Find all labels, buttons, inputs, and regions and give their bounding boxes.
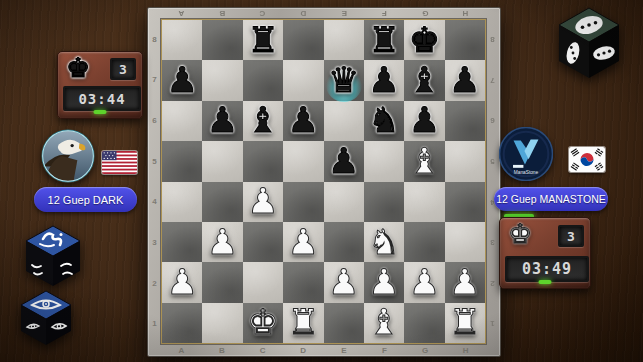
white-pawn: ♟ [288,225,319,260]
rank-label: 2 [148,263,161,304]
square-d2[interactable] [283,262,323,302]
black-queen: ♛ [328,63,359,98]
square-h8[interactable] [445,20,485,60]
black-pawn: ♟ [409,103,440,138]
square-b3[interactable]: ♟ [202,222,242,262]
square-c7[interactable] [243,60,283,100]
black-pawn: ♟ [288,103,319,138]
black-knight: ♞ [368,103,399,138]
square-b1[interactable] [202,303,242,343]
square-g2[interactable]: ♟ [404,262,444,302]
square-d1[interactable]: ♜ [283,303,323,343]
square-b5[interactable] [202,141,242,181]
square-g1[interactable] [404,303,444,343]
rank-label: 7 [486,60,499,101]
square-c6[interactable]: ♝ [243,101,283,141]
rank-label: 8 [148,19,161,60]
square-h3[interactable] [445,222,485,262]
right-clock-badge: 3 [558,225,584,247]
square-b8[interactable] [202,20,242,60]
square-g5[interactable]: ♝ [404,141,444,181]
file-labels-top: ABCDEFGH [161,8,486,19]
rank-label: 2 [486,263,499,304]
left-player-clock: ♚ 3 03:44 [57,51,143,119]
white-pawn: ♟ [368,265,399,300]
file-label: G [405,8,446,19]
file-label: C [242,8,283,19]
square-a6[interactable] [162,101,202,141]
game-screen: ABCDEFGH ABCDEFGH 87654321 87654321 ♜♜♚♟… [0,0,643,362]
left-clock-time: 03:44 [63,86,141,111]
file-label: A [161,8,202,19]
square-h7[interactable]: ♟ [445,60,485,100]
square-a8[interactable] [162,20,202,60]
square-f8[interactable]: ♜ [364,20,404,60]
white-pawn: ♟ [449,265,480,300]
square-e1[interactable] [324,303,364,343]
rank-labels-right: 87654321 [486,19,499,344]
white-knight: ♞ [368,225,399,260]
rank-label: 5 [486,141,499,182]
square-c8[interactable]: ♜ [243,20,283,60]
black-pawn: ♟ [368,63,399,98]
file-label: F [364,344,405,356]
white-pawn: ♟ [328,265,359,300]
file-label: H [445,344,486,356]
square-e4[interactable] [324,182,364,222]
right-player-name: 12 Guep MANASTONE [494,187,608,211]
file-labels-bottom: ABCDEFGH [161,344,486,356]
square-f3[interactable]: ♞ [364,222,404,262]
rank-label: 3 [486,222,499,263]
white-bishop: ♝ [409,144,440,179]
square-e5[interactable]: ♟ [324,141,364,181]
eagle-image [41,129,95,183]
square-e7[interactable]: ♛ [324,60,364,100]
file-label: D [283,344,324,356]
rank-label: 7 [148,60,161,101]
right-player-clock: ♚ 3 03:49 [499,217,591,289]
square-f1[interactable]: ♝ [364,303,404,343]
square-h6[interactable] [445,101,485,141]
square-b2[interactable] [202,262,242,302]
white-pawn: ♟ [207,225,238,260]
square-h4[interactable] [445,182,485,222]
square-d6[interactable]: ♟ [283,101,323,141]
square-c1[interactable]: ♚ [243,303,283,343]
square-c2[interactable] [243,262,283,302]
file-label: A [161,344,202,356]
square-g3[interactable] [404,222,444,262]
rank-label: 8 [486,19,499,60]
rank-label: 3 [148,222,161,263]
right-player-avatar: ManaStone [499,127,553,181]
chess-board: ABCDEFGH ABCDEFGH 87654321 87654321 ♜♜♚♟… [147,7,501,357]
rank-label: 1 [486,303,499,344]
calligraphy-die-icon [24,224,82,288]
black-pawn: ♟ [166,63,197,98]
square-b6[interactable]: ♟ [202,101,242,141]
white-pawn: ♟ [247,184,278,219]
black-pawn: ♟ [207,103,238,138]
square-d8[interactable] [283,20,323,60]
black-king-icon: ♚ [66,53,90,83]
square-b4[interactable] [202,182,242,222]
right-clock-time: 03:49 [505,256,589,282]
file-label: B [202,344,243,356]
black-pawn: ♟ [449,63,480,98]
black-rook: ♜ [368,23,399,58]
file-label: F [364,8,405,19]
file-label: E [324,8,365,19]
file-label: D [283,8,324,19]
square-d4[interactable] [283,182,323,222]
black-king: ♚ [409,23,440,58]
square-h1[interactable]: ♜ [445,303,485,343]
white-pawn: ♟ [409,265,440,300]
square-a4[interactable] [162,182,202,222]
square-g7[interactable]: ♝ [404,60,444,100]
square-g6[interactable]: ♟ [404,101,444,141]
square-f2[interactable]: ♟ [364,262,404,302]
rank-label: 6 [148,100,161,141]
square-d7[interactable] [283,60,323,100]
white-king: ♚ [247,305,278,340]
square-a1[interactable] [162,303,202,343]
korea-flag-icon [569,147,605,172]
square-e8[interactable] [324,20,364,60]
black-bishop: ♝ [409,63,440,98]
square-d3[interactable]: ♟ [283,222,323,262]
black-pawn: ♟ [328,144,359,179]
dice-icon [557,6,621,80]
square-c3[interactable] [243,222,283,262]
square-f4[interactable] [364,182,404,222]
left-player-name: 12 Guep DARK [34,187,137,212]
square-a5[interactable] [162,141,202,181]
file-label: H [445,8,486,19]
square-b7[interactable] [202,60,242,100]
square-f6[interactable]: ♞ [364,101,404,141]
file-label: G [405,344,446,356]
board-grid: ♜♜♚♟♛♟♝♟♟♝♟♞♟♟♝♟♟♟♞♟♟♟♟♟♚♜♝♜ [161,19,486,344]
white-king-icon: ♚ [508,219,532,249]
right-clock-led [539,280,552,284]
file-label: C [242,344,283,356]
square-f5[interactable] [364,141,404,181]
white-rook: ♜ [288,305,319,340]
square-c5[interactable] [243,141,283,181]
square-e6[interactable] [324,101,364,141]
white-bishop: ♝ [368,305,399,340]
left-clock-led [94,110,107,114]
square-d5[interactable] [283,141,323,181]
avatar-brand-text: ManaStone [514,170,539,175]
rank-label: 1 [148,303,161,344]
rank-labels-left: 87654321 [148,19,161,344]
file-label: B [202,8,243,19]
eye-die-icon [19,289,73,347]
rank-label: 4 [148,182,161,223]
white-pawn: ♟ [166,265,197,300]
left-clock-badge: 3 [110,58,136,80]
square-a7[interactable]: ♟ [162,60,202,100]
square-a2[interactable]: ♟ [162,262,202,302]
square-g4[interactable] [404,182,444,222]
white-rook: ♜ [449,305,480,340]
square-e2[interactable]: ♟ [324,262,364,302]
square-h5[interactable] [445,141,485,181]
square-h2[interactable]: ♟ [445,262,485,302]
square-a3[interactable] [162,222,202,262]
black-rook: ♜ [247,23,278,58]
file-label: E [324,344,365,356]
rank-label: 5 [148,141,161,182]
square-c4[interactable]: ♟ [243,182,283,222]
left-player-avatar [41,129,95,183]
black-bishop: ♝ [247,103,278,138]
square-f7[interactable]: ♟ [364,60,404,100]
square-e3[interactable] [324,222,364,262]
square-g8[interactable]: ♚ [404,20,444,60]
rank-label: 6 [486,100,499,141]
us-flag-icon [102,151,137,174]
